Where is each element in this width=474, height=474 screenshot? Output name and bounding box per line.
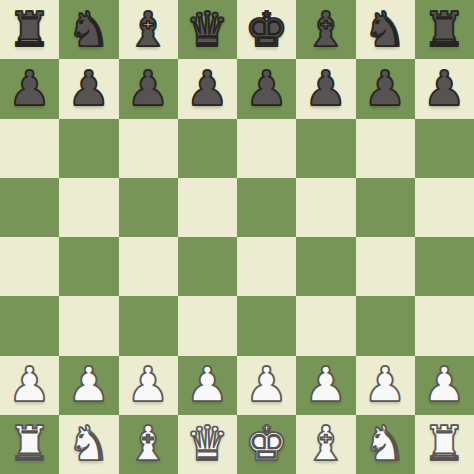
- piece-white-knight[interactable]: ♞: [364, 419, 407, 467]
- square-d1[interactable]: ♛: [178, 415, 237, 474]
- square-c4[interactable]: [119, 237, 178, 296]
- square-h1[interactable]: ♜: [415, 415, 474, 474]
- piece-black-bishop[interactable]: ♝: [304, 5, 347, 53]
- piece-white-pawn[interactable]: ♟: [186, 360, 229, 408]
- square-h4[interactable]: [415, 237, 474, 296]
- square-h5[interactable]: [415, 178, 474, 237]
- square-f7[interactable]: ♟: [296, 59, 355, 118]
- piece-white-pawn[interactable]: ♟: [423, 360, 466, 408]
- piece-black-pawn[interactable]: ♟: [67, 64, 110, 112]
- piece-white-pawn[interactable]: ♟: [245, 360, 288, 408]
- square-e5[interactable]: [237, 178, 296, 237]
- square-b4[interactable]: [59, 237, 118, 296]
- piece-black-pawn[interactable]: ♟: [423, 64, 466, 112]
- piece-black-pawn[interactable]: ♟: [127, 64, 170, 112]
- piece-black-pawn[interactable]: ♟: [186, 64, 229, 112]
- square-g1[interactable]: ♞: [356, 415, 415, 474]
- square-b7[interactable]: ♟: [59, 59, 118, 118]
- square-g2[interactable]: ♟: [356, 356, 415, 415]
- square-g4[interactable]: [356, 237, 415, 296]
- square-e3[interactable]: [237, 296, 296, 355]
- square-f5[interactable]: [296, 178, 355, 237]
- piece-white-rook[interactable]: ♜: [423, 419, 466, 467]
- piece-black-pawn[interactable]: ♟: [364, 64, 407, 112]
- piece-white-bishop[interactable]: ♝: [127, 419, 170, 467]
- square-h6[interactable]: [415, 119, 474, 178]
- square-c8[interactable]: ♝: [119, 0, 178, 59]
- square-b3[interactable]: [59, 296, 118, 355]
- piece-white-knight[interactable]: ♞: [67, 419, 110, 467]
- square-d4[interactable]: [178, 237, 237, 296]
- piece-white-pawn[interactable]: ♟: [67, 360, 110, 408]
- square-d2[interactable]: ♟: [178, 356, 237, 415]
- square-a7[interactable]: ♟: [0, 59, 59, 118]
- piece-black-rook[interactable]: ♜: [423, 5, 466, 53]
- piece-white-rook[interactable]: ♜: [8, 419, 51, 467]
- piece-black-knight[interactable]: ♞: [364, 5, 407, 53]
- square-b1[interactable]: ♞: [59, 415, 118, 474]
- square-e7[interactable]: ♟: [237, 59, 296, 118]
- square-d5[interactable]: [178, 178, 237, 237]
- piece-white-king[interactable]: ♚: [245, 419, 288, 467]
- piece-white-pawn[interactable]: ♟: [364, 360, 407, 408]
- square-b5[interactable]: [59, 178, 118, 237]
- piece-black-pawn[interactable]: ♟: [245, 64, 288, 112]
- piece-black-pawn[interactable]: ♟: [8, 64, 51, 112]
- square-h2[interactable]: ♟: [415, 356, 474, 415]
- square-e2[interactable]: ♟: [237, 356, 296, 415]
- square-a8[interactable]: ♜: [0, 0, 59, 59]
- chess-board-container: ♜♞♝♛♚♝♞♜♟♟♟♟♟♟♟♟♟♟♟♟♟♟♟♟♜♞♝♛♚♝♞♜: [0, 0, 474, 474]
- square-b2[interactable]: ♟: [59, 356, 118, 415]
- piece-black-king[interactable]: ♚: [245, 5, 288, 53]
- square-a1[interactable]: ♜: [0, 415, 59, 474]
- square-d3[interactable]: [178, 296, 237, 355]
- square-d6[interactable]: [178, 119, 237, 178]
- chess-board: ♜♞♝♛♚♝♞♜♟♟♟♟♟♟♟♟♟♟♟♟♟♟♟♟♜♞♝♛♚♝♞♜: [0, 0, 474, 474]
- square-e1[interactable]: ♚: [237, 415, 296, 474]
- square-g6[interactable]: [356, 119, 415, 178]
- square-c6[interactable]: [119, 119, 178, 178]
- square-c1[interactable]: ♝: [119, 415, 178, 474]
- piece-black-knight[interactable]: ♞: [67, 5, 110, 53]
- square-f3[interactable]: [296, 296, 355, 355]
- square-h7[interactable]: ♟: [415, 59, 474, 118]
- piece-white-pawn[interactable]: ♟: [8, 360, 51, 408]
- square-g3[interactable]: [356, 296, 415, 355]
- square-f4[interactable]: [296, 237, 355, 296]
- square-f1[interactable]: ♝: [296, 415, 355, 474]
- square-b8[interactable]: ♞: [59, 0, 118, 59]
- square-d7[interactable]: ♟: [178, 59, 237, 118]
- piece-white-bishop[interactable]: ♝: [304, 419, 347, 467]
- square-a5[interactable]: [0, 178, 59, 237]
- square-c2[interactable]: ♟: [119, 356, 178, 415]
- square-a6[interactable]: [0, 119, 59, 178]
- square-a3[interactable]: [0, 296, 59, 355]
- piece-white-queen[interactable]: ♛: [186, 419, 229, 467]
- square-c7[interactable]: ♟: [119, 59, 178, 118]
- square-c5[interactable]: [119, 178, 178, 237]
- square-f2[interactable]: ♟: [296, 356, 355, 415]
- square-b6[interactable]: [59, 119, 118, 178]
- square-f8[interactable]: ♝: [296, 0, 355, 59]
- piece-black-rook[interactable]: ♜: [8, 5, 51, 53]
- square-c3[interactable]: [119, 296, 178, 355]
- square-e6[interactable]: [237, 119, 296, 178]
- square-e8[interactable]: ♚: [237, 0, 296, 59]
- piece-white-pawn[interactable]: ♟: [127, 360, 170, 408]
- piece-white-pawn[interactable]: ♟: [304, 360, 347, 408]
- square-h3[interactable]: [415, 296, 474, 355]
- square-g7[interactable]: ♟: [356, 59, 415, 118]
- square-g5[interactable]: [356, 178, 415, 237]
- square-f6[interactable]: [296, 119, 355, 178]
- piece-black-bishop[interactable]: ♝: [127, 5, 170, 53]
- square-a4[interactable]: [0, 237, 59, 296]
- square-d8[interactable]: ♛: [178, 0, 237, 59]
- piece-black-queen[interactable]: ♛: [186, 5, 229, 53]
- square-a2[interactable]: ♟: [0, 356, 59, 415]
- square-e4[interactable]: [237, 237, 296, 296]
- square-h8[interactable]: ♜: [415, 0, 474, 59]
- square-g8[interactable]: ♞: [356, 0, 415, 59]
- piece-black-pawn[interactable]: ♟: [304, 64, 347, 112]
